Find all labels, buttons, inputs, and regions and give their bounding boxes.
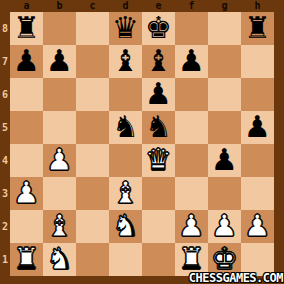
white-knight-b1: ♞ bbox=[46, 244, 73, 274]
square-h5: ♟ bbox=[241, 111, 274, 144]
square-f4 bbox=[175, 144, 208, 177]
square-d7: ♝ bbox=[109, 45, 142, 78]
square-d5: ♞ bbox=[109, 111, 142, 144]
rank-label-3: 3 bbox=[0, 177, 10, 210]
white-knight-d2: ♞ bbox=[112, 211, 139, 241]
square-e1 bbox=[142, 243, 175, 276]
square-b6 bbox=[43, 78, 76, 111]
black-pawn-e6: ♟ bbox=[145, 79, 172, 109]
square-d8: ♛ bbox=[109, 12, 142, 45]
file-label-c: c bbox=[76, 0, 109, 12]
black-knight-e5: ♞ bbox=[145, 112, 172, 142]
rank-label-6: 6 bbox=[0, 78, 10, 111]
square-h8: ♜ bbox=[241, 12, 274, 45]
square-g6 bbox=[208, 78, 241, 111]
white-pawn-a3: ♟ bbox=[13, 178, 40, 208]
square-f8 bbox=[175, 12, 208, 45]
square-b2: ♝ bbox=[43, 210, 76, 243]
square-g4: ♟ bbox=[208, 144, 241, 177]
square-g8 bbox=[208, 12, 241, 45]
square-e5: ♞ bbox=[142, 111, 175, 144]
white-king-g1: ♚ bbox=[211, 244, 238, 274]
black-pawn-g4: ♟ bbox=[211, 145, 238, 175]
square-a1: ♜ bbox=[10, 243, 43, 276]
square-d3: ♝ bbox=[109, 177, 142, 210]
file-label-g: g bbox=[208, 0, 241, 12]
black-rook-h8: ♜ bbox=[244, 13, 271, 43]
white-bishop-d3: ♝ bbox=[112, 178, 139, 208]
square-c1 bbox=[76, 243, 109, 276]
white-queen-e4: ♛ bbox=[145, 145, 172, 175]
square-g2: ♟ bbox=[208, 210, 241, 243]
white-pawn-b4: ♟ bbox=[46, 145, 73, 175]
board-grid: ♜♛♚♜♟♟♝♝♟♟♞♞♟♟♛♟♟♝♝♞♟♟♟♜♞♜♚ bbox=[10, 12, 274, 276]
rank-label-2: 2 bbox=[0, 210, 10, 243]
black-king-e8: ♚ bbox=[145, 13, 172, 43]
square-e2 bbox=[142, 210, 175, 243]
square-b3 bbox=[43, 177, 76, 210]
square-b5 bbox=[43, 111, 76, 144]
site-branding: CHESSGAMES.COM bbox=[189, 272, 283, 284]
black-rook-a8: ♜ bbox=[13, 13, 40, 43]
square-g7 bbox=[208, 45, 241, 78]
black-bishop-d7: ♝ bbox=[112, 46, 139, 76]
file-labels: abcdefgh bbox=[10, 0, 274, 12]
square-d6 bbox=[109, 78, 142, 111]
square-c6 bbox=[76, 78, 109, 111]
square-h3 bbox=[241, 177, 274, 210]
square-c5 bbox=[76, 111, 109, 144]
black-bishop-e7: ♝ bbox=[145, 46, 172, 76]
rank-label-7: 7 bbox=[0, 45, 10, 78]
square-h4 bbox=[241, 144, 274, 177]
square-a5 bbox=[10, 111, 43, 144]
square-c8 bbox=[76, 12, 109, 45]
file-label-f: f bbox=[175, 0, 208, 12]
square-e8: ♚ bbox=[142, 12, 175, 45]
square-b4: ♟ bbox=[43, 144, 76, 177]
square-a3: ♟ bbox=[10, 177, 43, 210]
square-c7 bbox=[76, 45, 109, 78]
square-g5 bbox=[208, 111, 241, 144]
square-d1 bbox=[109, 243, 142, 276]
black-knight-d5: ♞ bbox=[112, 112, 139, 142]
black-queen-d8: ♛ bbox=[112, 13, 139, 43]
white-pawn-f2: ♟ bbox=[178, 211, 205, 241]
square-e3 bbox=[142, 177, 175, 210]
white-pawn-h2: ♟ bbox=[244, 211, 271, 241]
square-b8 bbox=[43, 12, 76, 45]
square-a6 bbox=[10, 78, 43, 111]
square-a4 bbox=[10, 144, 43, 177]
black-pawn-a7: ♟ bbox=[13, 46, 40, 76]
square-a2 bbox=[10, 210, 43, 243]
black-pawn-b7: ♟ bbox=[46, 46, 73, 76]
square-d4 bbox=[109, 144, 142, 177]
square-h7 bbox=[241, 45, 274, 78]
rank-label-4: 4 bbox=[0, 144, 10, 177]
square-c3 bbox=[76, 177, 109, 210]
rank-label-1: 1 bbox=[0, 243, 10, 276]
square-g3 bbox=[208, 177, 241, 210]
square-f2: ♟ bbox=[175, 210, 208, 243]
chess-board-diagram: abcdefgh 87654321 ♜♛♚♜♟♟♝♝♟♟♞♞♟♟♛♟♟♝♝♞♟♟… bbox=[0, 0, 284, 284]
rank-labels: 87654321 bbox=[0, 12, 10, 276]
square-f7: ♟ bbox=[175, 45, 208, 78]
white-rook-a1: ♜ bbox=[13, 244, 40, 274]
square-f6 bbox=[175, 78, 208, 111]
black-pawn-f7: ♟ bbox=[178, 46, 205, 76]
square-e7: ♝ bbox=[142, 45, 175, 78]
square-b7: ♟ bbox=[43, 45, 76, 78]
white-pawn-g2: ♟ bbox=[211, 211, 238, 241]
square-c2 bbox=[76, 210, 109, 243]
square-f5 bbox=[175, 111, 208, 144]
white-bishop-b2: ♝ bbox=[46, 211, 73, 241]
rank-label-8: 8 bbox=[0, 12, 10, 45]
square-e4: ♛ bbox=[142, 144, 175, 177]
square-c4 bbox=[76, 144, 109, 177]
rank-label-5: 5 bbox=[0, 111, 10, 144]
square-f3 bbox=[175, 177, 208, 210]
square-b1: ♞ bbox=[43, 243, 76, 276]
square-a8: ♜ bbox=[10, 12, 43, 45]
black-pawn-h5: ♟ bbox=[244, 112, 271, 142]
square-e6: ♟ bbox=[142, 78, 175, 111]
square-d2: ♞ bbox=[109, 210, 142, 243]
white-rook-f1: ♜ bbox=[178, 244, 205, 274]
square-a7: ♟ bbox=[10, 45, 43, 78]
square-h2: ♟ bbox=[241, 210, 274, 243]
square-h6 bbox=[241, 78, 274, 111]
file-label-b: b bbox=[43, 0, 76, 12]
